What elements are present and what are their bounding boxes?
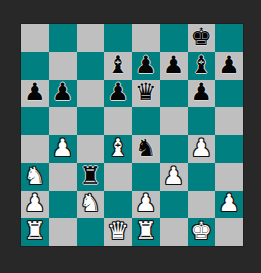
square-c5[interactable] (77, 107, 105, 135)
piece-white-pawn[interactable]: ♟ (52, 136, 74, 160)
square-c8[interactable] (77, 24, 105, 52)
square-a6[interactable]: ♟ (21, 80, 49, 108)
piece-white-queen[interactable]: ♛ (107, 219, 129, 243)
square-c4[interactable] (77, 135, 105, 163)
square-d6[interactable]: ♟ (104, 80, 132, 108)
square-h1[interactable] (215, 218, 243, 246)
square-g6[interactable]: ♟ (188, 80, 216, 108)
square-b1[interactable] (49, 218, 77, 246)
square-f1[interactable] (160, 218, 188, 246)
square-a3[interactable]: ♞ (21, 163, 49, 191)
square-f7[interactable]: ♟ (160, 52, 188, 80)
square-e8[interactable] (132, 24, 160, 52)
square-d2[interactable] (104, 191, 132, 219)
piece-black-bishop[interactable]: ♝ (107, 53, 129, 77)
square-g5[interactable] (188, 107, 216, 135)
square-e4[interactable]: ♞ (132, 135, 160, 163)
piece-black-pawn[interactable]: ♟ (52, 80, 74, 104)
piece-black-rook[interactable]: ♜ (80, 164, 102, 188)
square-h7[interactable]: ♟ (215, 52, 243, 80)
piece-black-knight[interactable]: ♞ (135, 136, 157, 160)
piece-white-pawn[interactable]: ♟ (163, 164, 185, 188)
square-g7[interactable]: ♝ (188, 52, 216, 80)
square-b3[interactable] (49, 163, 77, 191)
square-b4[interactable]: ♟ (49, 135, 77, 163)
chess-board[interactable]: ♚♝♟♟♝♟♟♟♟♛♟♟♝♞♟♞♜♟♟♞♟♟♜♛♜♚ (21, 24, 243, 246)
square-d5[interactable] (104, 107, 132, 135)
piece-white-pawn[interactable]: ♟ (24, 191, 46, 215)
square-d1[interactable]: ♛ (104, 218, 132, 246)
square-c2[interactable]: ♞ (77, 191, 105, 219)
square-f4[interactable] (160, 135, 188, 163)
square-a4[interactable] (21, 135, 49, 163)
square-b5[interactable] (49, 107, 77, 135)
piece-black-queen[interactable]: ♛ (135, 80, 157, 104)
square-e1[interactable]: ♜ (132, 218, 160, 246)
square-c6[interactable] (77, 80, 105, 108)
square-g2[interactable] (188, 191, 216, 219)
square-e2[interactable]: ♟ (132, 191, 160, 219)
piece-black-pawn[interactable]: ♟ (24, 80, 46, 104)
square-f8[interactable] (160, 24, 188, 52)
piece-white-pawn[interactable]: ♟ (191, 136, 213, 160)
square-h6[interactable] (215, 80, 243, 108)
square-a2[interactable]: ♟ (21, 191, 49, 219)
piece-black-pawn[interactable]: ♟ (107, 80, 129, 104)
square-f3[interactable]: ♟ (160, 163, 188, 191)
square-a8[interactable] (21, 24, 49, 52)
square-d7[interactable]: ♝ (104, 52, 132, 80)
square-d4[interactable]: ♝ (104, 135, 132, 163)
square-g3[interactable] (188, 163, 216, 191)
square-b2[interactable] (49, 191, 77, 219)
square-b6[interactable]: ♟ (49, 80, 77, 108)
app-background: ♚♝♟♟♝♟♟♟♟♛♟♟♝♞♟♞♜♟♟♞♟♟♜♛♜♚ (0, 0, 261, 273)
square-h8[interactable] (215, 24, 243, 52)
piece-black-bishop[interactable]: ♝ (191, 53, 213, 77)
piece-black-pawn[interactable]: ♟ (163, 53, 185, 77)
piece-black-pawn[interactable]: ♟ (191, 80, 213, 104)
square-f2[interactable] (160, 191, 188, 219)
square-f5[interactable] (160, 107, 188, 135)
square-c3[interactable]: ♜ (77, 163, 105, 191)
piece-black-king[interactable]: ♚ (191, 25, 213, 49)
square-f6[interactable] (160, 80, 188, 108)
square-h2[interactable]: ♟ (215, 191, 243, 219)
square-c7[interactable] (77, 52, 105, 80)
piece-black-pawn[interactable]: ♟ (218, 53, 240, 77)
piece-white-pawn[interactable]: ♟ (218, 191, 240, 215)
piece-black-pawn[interactable]: ♟ (135, 53, 157, 77)
square-d3[interactable] (104, 163, 132, 191)
square-g8[interactable]: ♚ (188, 24, 216, 52)
piece-white-rook[interactable]: ♜ (24, 219, 46, 243)
square-e3[interactable] (132, 163, 160, 191)
square-b8[interactable] (49, 24, 77, 52)
piece-white-king[interactable]: ♚ (191, 219, 213, 243)
square-b7[interactable] (49, 52, 77, 80)
square-d8[interactable] (104, 24, 132, 52)
square-c1[interactable] (77, 218, 105, 246)
square-e6[interactable]: ♛ (132, 80, 160, 108)
square-e7[interactable]: ♟ (132, 52, 160, 80)
piece-white-pawn[interactable]: ♟ (135, 191, 157, 215)
square-h3[interactable] (215, 163, 243, 191)
square-e5[interactable] (132, 107, 160, 135)
square-h5[interactable] (215, 107, 243, 135)
square-h4[interactable] (215, 135, 243, 163)
piece-white-bishop[interactable]: ♝ (107, 136, 129, 160)
piece-white-rook[interactable]: ♜ (135, 219, 157, 243)
piece-white-knight[interactable]: ♞ (80, 191, 102, 215)
square-g1[interactable]: ♚ (188, 218, 216, 246)
square-a5[interactable] (21, 107, 49, 135)
square-g4[interactable]: ♟ (188, 135, 216, 163)
piece-white-knight[interactable]: ♞ (24, 164, 46, 188)
square-a7[interactable] (21, 52, 49, 80)
square-a1[interactable]: ♜ (21, 218, 49, 246)
